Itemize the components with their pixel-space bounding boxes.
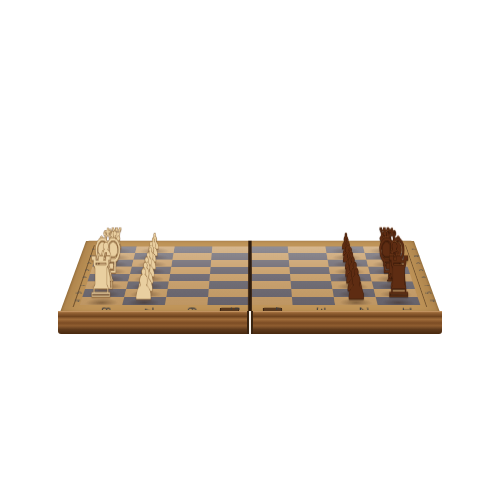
product-photo: ♜♟♟♜♞♟♟♞♝♟♟♝♛♟♟♛♚♟♟♚♝♟♟♝♞♟♟♞♜♟♟♜ 8765432… (0, 0, 500, 500)
square (211, 260, 250, 267)
square (165, 297, 208, 305)
square (170, 267, 211, 274)
square (292, 297, 335, 305)
coordinate-label: f (78, 285, 86, 288)
square (210, 267, 250, 274)
square (169, 274, 210, 281)
coordinate-label: g (425, 291, 433, 296)
coordinate-label: g (75, 291, 83, 296)
square (290, 274, 331, 281)
label-slot: f (69, 281, 88, 289)
coordinate-label: f (422, 285, 430, 288)
square (166, 289, 209, 297)
square (250, 253, 289, 260)
fold-seam (248, 241, 252, 313)
square (291, 289, 334, 297)
square (208, 289, 250, 297)
piece-white-pawn: ♟ (133, 264, 155, 304)
square (168, 281, 210, 289)
square: ♟ (334, 297, 378, 305)
piece-black-rook: ♜ (384, 251, 413, 305)
coordinate-label: d (417, 269, 425, 273)
label-slot: g (415, 289, 434, 297)
square (209, 274, 250, 281)
coordinate-label: e (420, 276, 428, 280)
square (250, 281, 291, 289)
square (250, 260, 289, 267)
coordinate-label: h (72, 299, 80, 304)
square (209, 281, 250, 289)
coordinate-label: c (415, 262, 423, 266)
label-slot: h (63, 297, 83, 305)
square (289, 260, 329, 267)
chessboard-scene: ♜♟♟♜♞♟♟♞♝♟♟♝♛♟♟♛♚♟♟♚♝♟♟♝♞♟♟♞♜♟♟♜ 8765432… (74, 78, 426, 470)
chess-board: ♜♟♟♜♞♟♟♞♝♟♟♝♛♟♟♛♚♟♟♚♝♟♟♝♞♟♟♞♜♟♟♜ 8765432… (60, 241, 440, 313)
fold-seam-side (249, 311, 251, 334)
square (288, 253, 327, 260)
square (250, 289, 292, 297)
coordinate-label: h (428, 299, 436, 304)
label-slot: h (418, 297, 438, 305)
square (250, 267, 290, 274)
square (289, 267, 330, 274)
square (250, 297, 293, 305)
piece-black-pawn: ♟ (345, 264, 367, 304)
square (172, 253, 211, 260)
piece-white-rook: ♜ (86, 251, 115, 305)
square (211, 253, 250, 260)
board-side-edge (58, 311, 442, 334)
square: ♜ (80, 297, 125, 305)
square: ♟ (122, 297, 166, 305)
square: ♜ (376, 297, 421, 305)
label-slot: f (412, 281, 431, 289)
label-slot: g (66, 289, 85, 297)
square (250, 274, 291, 281)
square (291, 281, 333, 289)
square (207, 297, 250, 305)
square (171, 260, 211, 267)
